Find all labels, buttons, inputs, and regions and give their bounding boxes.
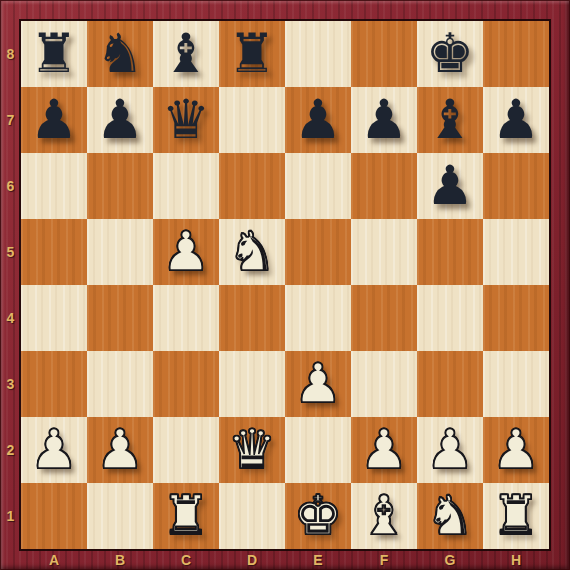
rank-label-7: 7 <box>0 87 21 153</box>
piece-black-pawn[interactable]: ♟ <box>360 87 408 153</box>
rank-label-8: 8 <box>0 21 21 87</box>
piece-black-pawn[interactable]: ♟ <box>96 87 144 153</box>
square-h2[interactable]: ♟ <box>483 417 549 483</box>
square-h1[interactable]: ♜ <box>483 483 549 549</box>
piece-black-queen[interactable]: ♛ <box>162 87 210 153</box>
rank-label-2: 2 <box>0 417 21 483</box>
square-g7[interactable]: ♝ <box>417 87 483 153</box>
square-c1[interactable]: ♜ <box>153 483 219 549</box>
square-e1[interactable]: ♚ <box>285 483 351 549</box>
square-b1[interactable] <box>87 483 153 549</box>
square-h8[interactable] <box>483 21 549 87</box>
square-e8[interactable] <box>285 21 351 87</box>
square-b4[interactable] <box>87 285 153 351</box>
piece-white-pawn[interactable]: ♟ <box>162 219 210 285</box>
square-h7[interactable]: ♟ <box>483 87 549 153</box>
square-f4[interactable] <box>351 285 417 351</box>
square-a6[interactable] <box>21 153 87 219</box>
file-label-h: H <box>483 549 549 570</box>
piece-white-knight[interactable]: ♞ <box>228 219 276 285</box>
square-e6[interactable] <box>285 153 351 219</box>
piece-white-knight[interactable]: ♞ <box>426 483 474 549</box>
square-c3[interactable] <box>153 351 219 417</box>
square-e7[interactable]: ♟ <box>285 87 351 153</box>
square-f1[interactable]: ♝ <box>351 483 417 549</box>
square-d7[interactable] <box>219 87 285 153</box>
square-b3[interactable] <box>87 351 153 417</box>
file-label-c: C <box>153 549 219 570</box>
square-b8[interactable]: ♞ <box>87 21 153 87</box>
piece-black-knight[interactable]: ♞ <box>96 21 144 87</box>
square-f5[interactable] <box>351 219 417 285</box>
square-c5[interactable]: ♟ <box>153 219 219 285</box>
square-b5[interactable] <box>87 219 153 285</box>
rank-label-3: 3 <box>0 351 21 417</box>
square-a1[interactable] <box>21 483 87 549</box>
square-a2[interactable]: ♟ <box>21 417 87 483</box>
file-label-d: D <box>219 549 285 570</box>
piece-black-rook[interactable]: ♜ <box>30 21 78 87</box>
file-label-g: G <box>417 549 483 570</box>
square-g5[interactable] <box>417 219 483 285</box>
piece-white-pawn[interactable]: ♟ <box>96 417 144 483</box>
square-f3[interactable] <box>351 351 417 417</box>
square-a5[interactable] <box>21 219 87 285</box>
piece-black-bishop[interactable]: ♝ <box>426 87 474 153</box>
square-g8[interactable]: ♚ <box>417 21 483 87</box>
piece-white-rook[interactable]: ♜ <box>492 483 540 549</box>
square-d4[interactable] <box>219 285 285 351</box>
square-f2[interactable]: ♟ <box>351 417 417 483</box>
chess-board-frame: ♜♞♝♜♚♟♟♛♟♟♝♟♟♟♞♟♟♟♛♟♟♟♜♚♝♞♜ 87654321 ABC… <box>0 0 570 570</box>
square-a3[interactable] <box>21 351 87 417</box>
rank-label-4: 4 <box>0 285 21 351</box>
piece-white-pawn[interactable]: ♟ <box>294 351 342 417</box>
square-a7[interactable]: ♟ <box>21 87 87 153</box>
square-e4[interactable] <box>285 285 351 351</box>
piece-white-king[interactable]: ♚ <box>294 483 342 549</box>
square-d1[interactable] <box>219 483 285 549</box>
square-h3[interactable] <box>483 351 549 417</box>
rank-label-6: 6 <box>0 153 21 219</box>
square-e5[interactable] <box>285 219 351 285</box>
file-label-f: F <box>351 549 417 570</box>
piece-black-king[interactable]: ♚ <box>426 21 474 87</box>
piece-white-pawn[interactable]: ♟ <box>360 417 408 483</box>
square-a4[interactable] <box>21 285 87 351</box>
file-label-a: A <box>21 549 87 570</box>
rank-label-5: 5 <box>0 219 21 285</box>
piece-black-pawn[interactable]: ♟ <box>492 87 540 153</box>
square-c8[interactable]: ♝ <box>153 21 219 87</box>
square-g4[interactable] <box>417 285 483 351</box>
square-f6[interactable] <box>351 153 417 219</box>
piece-white-bishop[interactable]: ♝ <box>360 483 408 549</box>
piece-black-pawn[interactable]: ♟ <box>30 87 78 153</box>
square-h4[interactable] <box>483 285 549 351</box>
piece-black-pawn[interactable]: ♟ <box>294 87 342 153</box>
square-d5[interactable]: ♞ <box>219 219 285 285</box>
square-h5[interactable] <box>483 219 549 285</box>
square-d2[interactable]: ♛ <box>219 417 285 483</box>
piece-black-pawn[interactable]: ♟ <box>426 153 474 219</box>
piece-black-rook[interactable]: ♜ <box>228 21 276 87</box>
square-b6[interactable] <box>87 153 153 219</box>
rank-label-1: 1 <box>0 483 21 549</box>
square-g2[interactable]: ♟ <box>417 417 483 483</box>
square-g6[interactable]: ♟ <box>417 153 483 219</box>
piece-black-bishop[interactable]: ♝ <box>162 21 210 87</box>
piece-white-pawn[interactable]: ♟ <box>492 417 540 483</box>
piece-white-rook[interactable]: ♜ <box>162 483 210 549</box>
piece-white-pawn[interactable]: ♟ <box>30 417 78 483</box>
square-c4[interactable] <box>153 285 219 351</box>
square-d8[interactable]: ♜ <box>219 21 285 87</box>
square-g3[interactable] <box>417 351 483 417</box>
chess-board: ♜♞♝♜♚♟♟♛♟♟♝♟♟♟♞♟♟♟♛♟♟♟♜♚♝♞♜ <box>21 21 549 549</box>
square-d3[interactable] <box>219 351 285 417</box>
piece-white-queen[interactable]: ♛ <box>228 417 276 483</box>
square-g1[interactable]: ♞ <box>417 483 483 549</box>
piece-white-pawn[interactable]: ♟ <box>426 417 474 483</box>
file-label-b: B <box>87 549 153 570</box>
square-b2[interactable]: ♟ <box>87 417 153 483</box>
square-b7[interactable]: ♟ <box>87 87 153 153</box>
square-c6[interactable] <box>153 153 219 219</box>
square-e2[interactable] <box>285 417 351 483</box>
square-c7[interactable]: ♛ <box>153 87 219 153</box>
file-label-e: E <box>285 549 351 570</box>
square-f7[interactable]: ♟ <box>351 87 417 153</box>
square-f8[interactable] <box>351 21 417 87</box>
square-h6[interactable] <box>483 153 549 219</box>
square-d6[interactable] <box>219 153 285 219</box>
square-e3[interactable]: ♟ <box>285 351 351 417</box>
square-c2[interactable] <box>153 417 219 483</box>
square-a8[interactable]: ♜ <box>21 21 87 87</box>
